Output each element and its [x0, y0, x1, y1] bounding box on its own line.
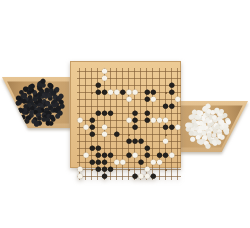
white-stone: ● — [132, 89, 138, 96]
go-board: ●●●●●●●●●●●●●●●●●●●●●●●●●●●●●●●●●●●●●●●●… — [70, 61, 181, 168]
black-stone: ● — [40, 78, 46, 85]
board-point: ● — [132, 124, 138, 131]
board-point: ● — [89, 131, 95, 138]
white-stone: ● — [205, 103, 211, 110]
board-point: ● — [101, 75, 107, 82]
white-stone: ● — [226, 119, 232, 126]
board-point: ● — [108, 166, 114, 173]
board-point: ● — [108, 152, 114, 159]
board-point: ● — [175, 96, 181, 103]
black-stone: ● — [114, 131, 120, 138]
board-point: ● — [169, 103, 175, 110]
board-point: ● — [169, 89, 175, 96]
board-point: ● — [175, 124, 181, 131]
white-stone: ● — [222, 112, 228, 118]
white-stone: ● — [205, 143, 211, 150]
white-stone: ● — [185, 122, 191, 129]
board-point — [175, 103, 181, 110]
board-point — [175, 166, 181, 173]
black-stone: ● — [169, 103, 175, 110]
board-point — [175, 68, 181, 75]
white-stone: ● — [224, 129, 230, 136]
black-stone: ● — [20, 114, 26, 121]
board-point: ● — [77, 173, 83, 180]
black-stone: ● — [108, 110, 114, 117]
white-stone: ● — [175, 124, 181, 131]
go-board-grid: ●●●●●●●●●●●●●●●●●●●●●●●●●●●●●●●●●●●●●●●●… — [77, 68, 174, 161]
black-stone: ● — [16, 94, 22, 101]
white-stone: ● — [101, 75, 107, 82]
board-point: ● — [163, 138, 169, 145]
board-point: ● — [126, 96, 132, 103]
board-point: ● — [101, 131, 107, 138]
black-stone: ● — [59, 103, 65, 110]
black-stone: ● — [132, 124, 138, 131]
board-point: ● — [108, 110, 114, 117]
white-stone: ● — [156, 159, 162, 166]
white-stone: ● — [120, 159, 126, 166]
white-stone: ● — [192, 109, 198, 116]
board-point — [175, 152, 181, 159]
board-point: ● — [169, 152, 175, 159]
white-stone: ● — [190, 136, 196, 143]
board-point — [175, 145, 181, 152]
black-stone: ● — [54, 86, 59, 92]
black-stone: ● — [89, 131, 95, 138]
white-stone: ● — [169, 152, 175, 159]
white-stone-tray: ●●●●●●●●●●●●●●●●●●●●●●●●●●●●●●●●●●●●●●●●… — [177, 101, 248, 152]
board-point: ● — [150, 173, 156, 180]
board-point — [175, 75, 181, 82]
board-point: ● — [101, 173, 107, 180]
board-point: ● — [156, 159, 162, 166]
black-stone-tray: ●●●●●●●●●●●●●●●●●●●●●●●●●●●●●●●●●●●●●●●●… — [2, 77, 72, 128]
white-stone: ● — [101, 131, 107, 138]
board-point — [175, 173, 181, 180]
go-set-photo: ●●●●●●●●●●●●●●●●●●●●●●●●●●●●●●●●●●●●●●●●… — [0, 0, 250, 228]
board-point — [175, 159, 181, 166]
board-point — [175, 131, 181, 138]
white-stone: ● — [216, 139, 222, 145]
black-stone: ● — [55, 113, 61, 120]
board-shadow-wrap: ●●●●●●●●●●●●●●●●●●●●●●●●●●●●●●●●●●●●●●●●… — [70, 61, 181, 168]
white-stone: ● — [126, 96, 132, 103]
black-stone: ● — [33, 121, 39, 128]
black-stone: ● — [108, 166, 114, 173]
board-point: ● — [132, 89, 138, 96]
black-stones-pile: ●●●●●●●●●●●●●●●●●●●●●●●●●●●●●●●●●●●●●●●●… — [2, 77, 72, 128]
board-point: ● — [150, 96, 156, 103]
white-stones-pile: ●●●●●●●●●●●●●●●●●●●●●●●●●●●●●●●●●●●●●●●●… — [177, 101, 248, 152]
board-point — [175, 82, 181, 89]
white-stone: ● — [77, 173, 83, 180]
black-stone: ● — [108, 152, 114, 159]
board-point: ● — [114, 131, 120, 138]
black-stone: ● — [101, 173, 107, 180]
right-tray-shadow-wrap: ●●●●●●●●●●●●●●●●●●●●●●●●●●●●●●●●●●●●●●●●… — [177, 101, 248, 152]
black-stone: ● — [28, 83, 34, 90]
black-stone: ● — [48, 120, 54, 126]
black-stone: ● — [47, 82, 53, 89]
board-point: ● — [120, 159, 126, 166]
black-stone: ● — [58, 93, 64, 100]
white-stone: ● — [163, 138, 169, 145]
board-point — [175, 138, 181, 145]
white-stone: ● — [198, 139, 204, 146]
black-stone: ● — [169, 89, 175, 96]
black-stone: ● — [23, 85, 29, 92]
white-stone: ● — [150, 96, 156, 103]
board-point — [175, 110, 181, 117]
left-tray-shadow-wrap: ●●●●●●●●●●●●●●●●●●●●●●●●●●●●●●●●●●●●●●●●… — [2, 77, 72, 128]
white-stone: ● — [175, 96, 181, 103]
black-stone: ● — [150, 173, 156, 180]
